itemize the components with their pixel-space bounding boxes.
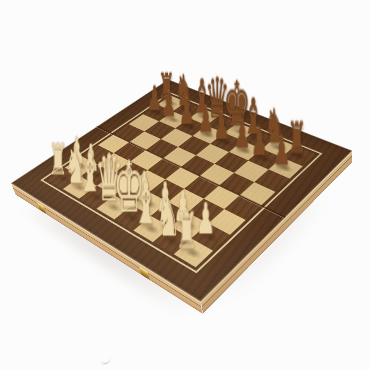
black-pawn[interactable]: ♟ xyxy=(255,133,308,172)
white-rook[interactable]: ♜ xyxy=(156,206,216,256)
board-top-face: ♜♞♝♛♚♝♞♜♟♟♟♟♟♟♟♟♟♟♟♟♟♟♟♟♜♞♝♛♚♝♞♜ xyxy=(11,80,352,302)
photo-artifact xyxy=(101,356,112,364)
chess-set-photo: ♜♞♝♛♚♝♞♜♟♟♟♟♟♟♟♟♟♟♟♟♟♟♟♟♜♞♝♛♚♝♞♜ xyxy=(0,0,370,370)
chess-board: ♜♞♝♛♚♝♞♜♟♟♟♟♟♟♟♟♟♟♟♟♟♟♟♟♜♞♝♛♚♝♞♜ xyxy=(11,80,352,302)
